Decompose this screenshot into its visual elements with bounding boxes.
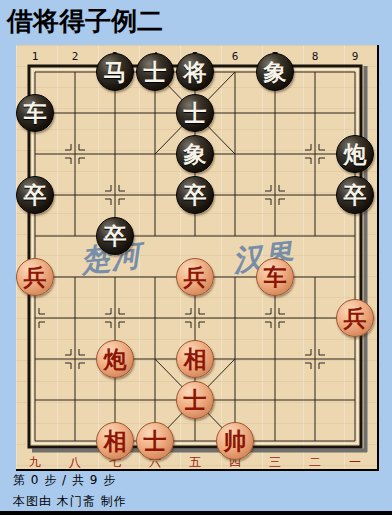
piece-black-soldier: 卒 (16, 176, 54, 214)
piece-red-soldier: 兵 (336, 299, 374, 337)
xiangqi-board[interactable]: 123456789九八七六五四三二一楚河汉界 马士将象车士象炮卒卒卒卒兵兵车兵炮… (16, 45, 379, 471)
piece-black-chariot: 车 (16, 94, 54, 132)
credit-line: 本图由 木门斋 制作 (13, 493, 127, 510)
page-title: 借将得子例二 (7, 4, 163, 39)
file-label-bottom: 二 (309, 455, 321, 469)
file-label-bottom: 三 (269, 455, 281, 469)
piece-red-elephant: 相 (96, 422, 134, 460)
piece-red-elephant: 相 (176, 340, 214, 378)
piece-red-chariot: 车 (256, 258, 294, 296)
piece-black-elephant: 象 (256, 53, 294, 91)
file-label-top: 2 (72, 50, 79, 63)
piece-red-cannon: 炮 (96, 340, 134, 378)
piece-black-horse: 马 (96, 53, 134, 91)
file-label-top: 1 (32, 50, 39, 63)
piece-black-soldier: 卒 (176, 176, 214, 214)
file-label-bottom: 一 (349, 455, 361, 469)
piece-red-advisor: 士 (136, 422, 174, 460)
piece-red-soldier: 兵 (176, 258, 214, 296)
bottom-border-bar (0, 511, 392, 515)
piece-red-general: 帅 (216, 422, 254, 460)
piece-black-elephant: 象 (176, 135, 214, 173)
piece-black-advisor: 士 (176, 94, 214, 132)
piece-black-cannon: 炮 (336, 135, 374, 173)
file-label-bottom: 五 (189, 455, 201, 469)
file-label-top: 8 (312, 50, 319, 63)
file-label-bottom: 九 (29, 455, 41, 469)
piece-black-advisor: 士 (136, 53, 174, 91)
file-label-bottom: 八 (69, 455, 81, 469)
file-label-top: 9 (352, 50, 359, 63)
piece-black-soldier: 卒 (336, 176, 374, 214)
file-label-top: 6 (232, 50, 239, 63)
piece-black-soldier: 卒 (96, 217, 134, 255)
piece-black-general: 将 (176, 53, 214, 91)
piece-red-advisor: 士 (176, 381, 214, 419)
move-counter: 第 0 步 / 共 9 步 (13, 472, 116, 489)
piece-red-soldier: 兵 (16, 258, 54, 296)
xiangqi-diagram-page: 借将得子例二 123456789九八七六五四三二一楚河汉界 马士将象车士象炮卒卒… (0, 0, 392, 515)
